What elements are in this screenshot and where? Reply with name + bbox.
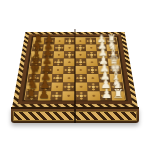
square-g6[interactable]	[51, 82, 63, 91]
square-f4[interactable]	[75, 74, 87, 82]
square-f6[interactable]	[51, 74, 63, 82]
square-b6[interactable]	[54, 44, 65, 51]
chess-board-scene: ♜♟♟♜♞♟♟♞♝♟♟♝♛♟♟♛♚♟♟♚♝♟♟♝♞♟♟♞♜♟♟♜	[12, 0, 138, 108]
white-pawn[interactable]: ♟	[100, 87, 112, 100]
square-c3[interactable]	[86, 51, 97, 58]
square-g4[interactable]	[75, 82, 87, 91]
black-rook[interactable]: ♜	[25, 87, 37, 100]
black-pawn[interactable]: ♟	[38, 87, 50, 100]
square-h4[interactable]	[75, 91, 87, 100]
front-edge-fold-seam	[74, 109, 76, 123]
square-e3[interactable]	[86, 66, 98, 74]
square-h2[interactable]: ♟	[99, 91, 112, 100]
square-h7[interactable]: ♟	[38, 91, 51, 100]
square-h6[interactable]	[50, 91, 63, 100]
square-b4[interactable]	[75, 44, 86, 51]
square-d4[interactable]	[75, 59, 86, 67]
white-rook[interactable]: ♜	[112, 87, 124, 100]
square-g3[interactable]	[87, 82, 99, 91]
board-front-edge	[11, 107, 139, 123]
square-f3[interactable]	[87, 74, 99, 82]
square-e4[interactable]	[75, 66, 87, 74]
board-fold-seam	[74, 29, 76, 112]
square-e6[interactable]	[52, 66, 64, 74]
chess-board: ♜♟♟♜♞♟♟♞♝♟♟♝♛♟♟♛♚♟♟♚♝♟♟♝♞♟♟♞♜♟♟♜	[12, 32, 138, 108]
square-c4[interactable]	[75, 51, 86, 58]
square-d6[interactable]	[52, 59, 64, 67]
square-c6[interactable]	[53, 51, 64, 58]
square-d3[interactable]	[86, 59, 98, 67]
square-h8[interactable]: ♜	[25, 91, 38, 100]
photo-background: ♜♟♟♜♞♟♟♞♝♟♟♝♛♟♟♛♚♟♟♚♝♟♟♝♞♟♟♞♜♟♟♜	[0, 0, 150, 150]
square-h1[interactable]: ♜	[111, 91, 124, 100]
square-b3[interactable]	[85, 44, 96, 51]
square-h3[interactable]	[87, 91, 100, 100]
